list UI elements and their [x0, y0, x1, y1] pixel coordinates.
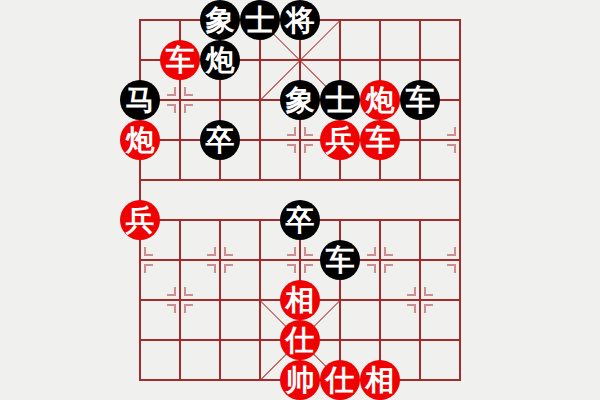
point-marker	[287, 127, 296, 136]
point-marker	[167, 287, 176, 296]
piece-red-chariot[interactable]: 车	[160, 40, 200, 80]
point-marker	[224, 247, 233, 256]
point-marker	[144, 264, 153, 273]
point-marker	[447, 127, 456, 136]
piece-red-advisor[interactable]: 仕	[280, 320, 320, 360]
point-marker	[207, 247, 216, 256]
point-marker	[167, 104, 176, 113]
grid-line-v	[379, 219, 381, 381]
screen: 象士将车炮马象士炮车炮卒兵车兵卒车相仕帅仕相	[0, 0, 600, 400]
point-marker	[447, 264, 456, 273]
piece-black-cannon[interactable]: 炮	[200, 40, 240, 80]
piece-red-cannon[interactable]: 炮	[120, 120, 160, 160]
piece-black-chariot[interactable]: 车	[320, 240, 360, 280]
piece-black-chariot[interactable]: 车	[400, 80, 440, 120]
point-marker	[184, 304, 193, 313]
piece-red-cannon[interactable]: 炮	[360, 80, 400, 120]
piece-black-elephant[interactable]: 象	[280, 80, 320, 120]
point-marker	[304, 144, 313, 153]
xiangqi-board[interactable]: 象士将车炮马象士炮车炮卒兵车兵卒车相仕帅仕相	[140, 20, 460, 380]
point-marker	[407, 287, 416, 296]
piece-black-advisor[interactable]: 士	[320, 80, 360, 120]
piece-black-advisor[interactable]: 士	[240, 0, 280, 40]
point-marker	[184, 104, 193, 113]
point-marker	[167, 87, 176, 96]
grid-line-v-border	[459, 19, 461, 381]
grid-line-v	[419, 219, 421, 381]
point-marker	[207, 264, 216, 273]
piece-red-chariot[interactable]: 车	[360, 120, 400, 160]
point-marker	[167, 304, 176, 313]
point-marker	[287, 144, 296, 153]
piece-black-soldier[interactable]: 卒	[280, 200, 320, 240]
piece-black-elephant[interactable]: 象	[200, 0, 240, 40]
point-marker	[424, 287, 433, 296]
point-marker	[447, 247, 456, 256]
point-marker	[367, 264, 376, 273]
point-marker	[304, 247, 313, 256]
point-marker	[304, 264, 313, 273]
piece-red-soldier[interactable]: 兵	[120, 200, 160, 240]
piece-red-general[interactable]: 帅	[280, 360, 320, 400]
point-marker	[424, 304, 433, 313]
point-marker	[384, 264, 393, 273]
point-marker	[184, 287, 193, 296]
piece-black-horse[interactable]: 马	[120, 80, 160, 120]
point-marker	[447, 144, 456, 153]
grid-line-v	[179, 219, 181, 381]
point-marker	[367, 247, 376, 256]
piece-black-soldier[interactable]: 卒	[200, 120, 240, 160]
point-marker	[287, 264, 296, 273]
piece-red-advisor[interactable]: 仕	[320, 360, 360, 400]
point-marker	[224, 264, 233, 273]
piece-red-soldier[interactable]: 兵	[320, 120, 360, 160]
grid-line-v	[219, 219, 221, 381]
point-marker	[384, 247, 393, 256]
piece-red-elephant[interactable]: 相	[280, 280, 320, 320]
piece-black-general[interactable]: 将	[280, 0, 320, 40]
point-marker	[304, 127, 313, 136]
piece-red-elephant[interactable]: 相	[360, 360, 400, 400]
point-marker	[287, 247, 296, 256]
point-marker	[407, 304, 416, 313]
point-marker	[144, 247, 153, 256]
point-marker	[184, 87, 193, 96]
